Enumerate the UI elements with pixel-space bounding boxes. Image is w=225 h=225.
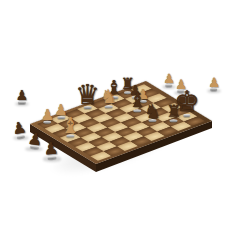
pawn-glyph: ♟ bbox=[41, 107, 55, 121]
product-photo-scene: ♟♟♟♜♟♝♟♟♞♛♝♚♟♜♞♟♝♟♟♟ bbox=[0, 0, 225, 225]
chess-piece-walnut-pawn[interactable]: ♟ bbox=[27, 131, 44, 150]
chess-piece-walnut-pawn[interactable]: ♟ bbox=[43, 141, 59, 160]
chess-piece-maple-bishop-a5[interactable]: ♝ bbox=[61, 115, 80, 137]
chrome-ball-base bbox=[183, 114, 191, 117]
chess-piece-maple-pawn[interactable]: ♟ bbox=[163, 73, 174, 87]
bishop-glyph: ♝ bbox=[61, 115, 80, 135]
chess-piece-maple-pawn[interactable]: ♟ bbox=[208, 77, 220, 91]
chess-piece-walnut-rook-g2[interactable]: ♜ bbox=[166, 104, 181, 122]
chess-piece-maple-knight-e7[interactable]: ♞ bbox=[100, 89, 117, 109]
chess-piece-walnut-pawn[interactable]: ♟ bbox=[16, 89, 28, 104]
chrome-ball-base bbox=[133, 110, 141, 113]
chrome-ball-base bbox=[16, 134, 25, 138]
knight-glyph: ♞ bbox=[144, 102, 161, 120]
chess-piece-walnut-pawn[interactable]: ♟ bbox=[11, 120, 28, 139]
queen-glyph: ♛ bbox=[75, 81, 100, 107]
chess-piece-maple-pawn-a8[interactable]: ♟ bbox=[41, 107, 55, 123]
chrome-ball-base bbox=[166, 84, 173, 87]
knight-glyph: ♞ bbox=[100, 89, 117, 107]
chess-piece-walnut-knight-f3[interactable]: ♞ bbox=[144, 102, 161, 122]
chess-piece-walnut-queen-d8[interactable]: ♛ bbox=[75, 81, 100, 109]
chrome-ball-base bbox=[105, 105, 113, 108]
pawn-glyph: ♟ bbox=[43, 141, 59, 158]
rook-glyph: ♜ bbox=[166, 104, 181, 120]
chrome-ball-base bbox=[170, 119, 178, 122]
chrome-ball-base bbox=[18, 101, 25, 104]
chrome-ball-base bbox=[211, 88, 218, 91]
